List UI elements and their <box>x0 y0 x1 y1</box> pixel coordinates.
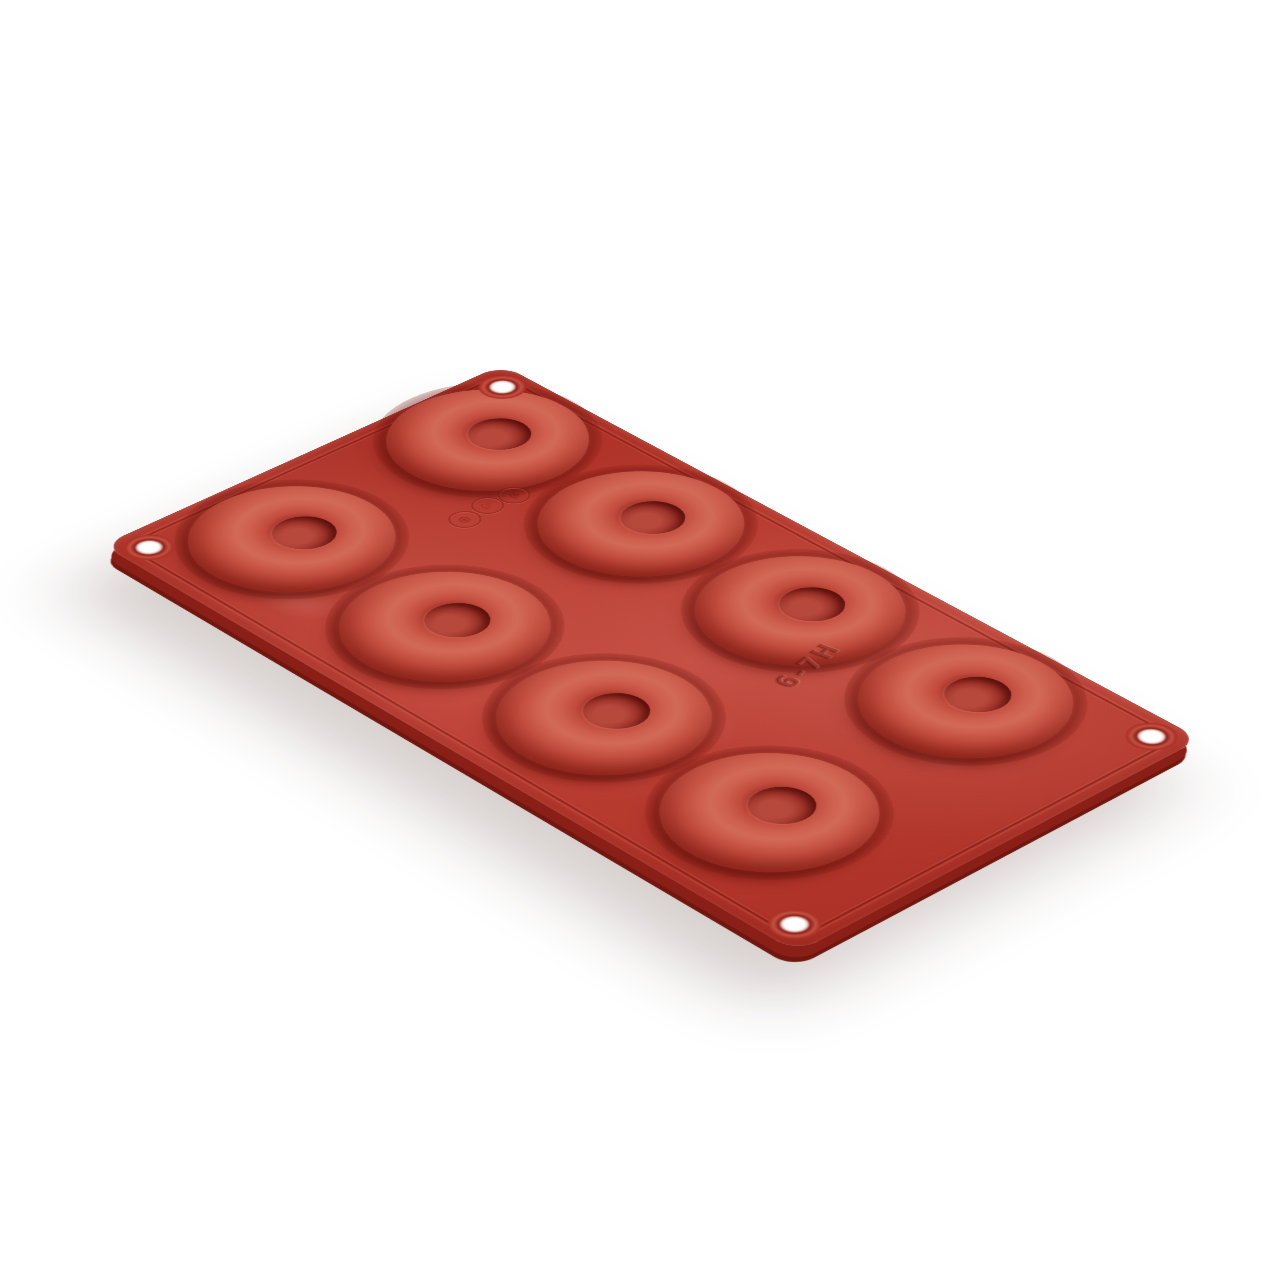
corner-hanging-hole <box>753 901 837 948</box>
donut-center-dimple <box>608 495 699 541</box>
donut-center-dimple <box>931 670 1026 720</box>
donut-center-dimple <box>569 686 664 736</box>
donut-center-dimple <box>734 779 831 831</box>
photo-background: ❄ ♨ ⊕ 6-7H <box>0 0 1280 1280</box>
corner-hanging-hole <box>1111 715 1192 758</box>
donut-center-dimple <box>259 510 350 556</box>
donut-center-dimple <box>455 412 544 456</box>
donut-center-dimple <box>766 580 859 628</box>
silicone-donut-mold: ❄ ♨ ⊕ 6-7H <box>102 365 1200 953</box>
donut-center-dimple <box>411 596 504 644</box>
